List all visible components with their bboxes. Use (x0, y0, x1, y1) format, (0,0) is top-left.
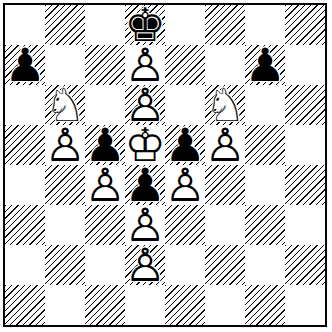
square-g4[interactable] (245, 165, 285, 205)
square-f8[interactable] (205, 5, 245, 45)
square-g5[interactable] (245, 125, 285, 165)
square-h4[interactable] (285, 165, 325, 205)
piece-white-king[interactable]: ♔ (125, 125, 165, 165)
piece-white-pawn[interactable]: ♙ (205, 125, 245, 165)
square-a4[interactable] (5, 165, 45, 205)
square-b7[interactable] (45, 45, 85, 85)
piece-white-knight[interactable]: ♘ (205, 85, 245, 125)
page-background: ♚♟♟♙♟♞♘♟♙♞♘♟♙♟♚♔♟♟♙♟♙♟♟♙♟♙♟♙ (0, 0, 332, 332)
square-g2[interactable] (245, 245, 285, 285)
white-pawn-silhouette: ♟ (85, 165, 125, 205)
square-b2[interactable] (45, 245, 85, 285)
white-pawn-silhouette: ♟ (205, 125, 245, 165)
square-e2[interactable] (165, 245, 205, 285)
piece-black-pawn[interactable]: ♟ (245, 45, 285, 85)
piece-white-knight[interactable]: ♘ (45, 85, 85, 125)
square-g1[interactable] (245, 285, 285, 325)
white-pawn-silhouette: ♟ (125, 205, 165, 245)
square-b1[interactable] (45, 285, 85, 325)
piece-white-pawn[interactable]: ♙ (125, 205, 165, 245)
piece-black-king[interactable]: ♚ (125, 5, 165, 45)
square-f2[interactable] (205, 245, 245, 285)
white-pawn-silhouette: ♟ (125, 245, 165, 285)
square-b4[interactable] (45, 165, 85, 205)
square-a6[interactable] (5, 85, 45, 125)
white-pawn-silhouette: ♟ (125, 85, 165, 125)
square-a7[interactable]: ♟ (5, 45, 45, 85)
square-f7[interactable] (205, 45, 245, 85)
square-e7[interactable] (165, 45, 205, 85)
square-a1[interactable] (5, 285, 45, 325)
square-f6[interactable]: ♞♘ (205, 85, 245, 125)
square-d7[interactable]: ♟♙ (125, 45, 165, 85)
square-b6[interactable]: ♞♘ (45, 85, 85, 125)
piece-white-pawn[interactable]: ♙ (125, 45, 165, 85)
piece-white-pawn[interactable]: ♙ (85, 165, 125, 205)
square-h8[interactable] (285, 5, 325, 45)
square-c8[interactable] (85, 5, 125, 45)
white-pawn-silhouette: ♟ (125, 45, 165, 85)
white-pawn-silhouette: ♟ (45, 125, 85, 165)
square-a8[interactable] (5, 5, 45, 45)
board-frame: ♚♟♟♙♟♞♘♟♙♞♘♟♙♟♚♔♟♟♙♟♙♟♟♙♟♙♟♙ (3, 3, 327, 327)
square-d5[interactable]: ♚♔ (125, 125, 165, 165)
square-g3[interactable] (245, 205, 285, 245)
square-h1[interactable] (285, 285, 325, 325)
square-a2[interactable] (5, 245, 45, 285)
square-g7[interactable]: ♟ (245, 45, 285, 85)
square-h6[interactable] (285, 85, 325, 125)
square-a3[interactable] (5, 205, 45, 245)
square-e6[interactable] (165, 85, 205, 125)
piece-white-pawn[interactable]: ♙ (45, 125, 85, 165)
square-e5[interactable]: ♟ (165, 125, 205, 165)
square-c7[interactable] (85, 45, 125, 85)
square-e1[interactable] (165, 285, 205, 325)
square-c3[interactable] (85, 205, 125, 245)
white-knight-silhouette: ♞ (205, 85, 245, 125)
white-knight-silhouette: ♞ (45, 85, 85, 125)
square-b8[interactable] (45, 5, 85, 45)
square-c2[interactable] (85, 245, 125, 285)
white-king-silhouette: ♚ (125, 125, 165, 165)
piece-black-pawn[interactable]: ♟ (5, 45, 45, 85)
square-f4[interactable] (205, 165, 245, 205)
square-h3[interactable] (285, 205, 325, 245)
square-d4[interactable]: ♟ (125, 165, 165, 205)
square-e3[interactable] (165, 205, 205, 245)
piece-white-pawn[interactable]: ♙ (125, 85, 165, 125)
square-f5[interactable]: ♟♙ (205, 125, 245, 165)
square-g8[interactable] (245, 5, 285, 45)
square-b3[interactable] (45, 205, 85, 245)
square-c6[interactable] (85, 85, 125, 125)
square-e4[interactable]: ♟♙ (165, 165, 205, 205)
piece-black-pawn[interactable]: ♟ (85, 125, 125, 165)
square-h2[interactable] (285, 245, 325, 285)
white-pawn-silhouette: ♟ (165, 165, 205, 205)
chess-board: ♚♟♟♙♟♞♘♟♙♞♘♟♙♟♚♔♟♟♙♟♙♟♟♙♟♙♟♙ (5, 5, 325, 325)
square-c4[interactable]: ♟♙ (85, 165, 125, 205)
square-h7[interactable] (285, 45, 325, 85)
square-f1[interactable] (205, 285, 245, 325)
square-c1[interactable] (85, 285, 125, 325)
square-c5[interactable]: ♟ (85, 125, 125, 165)
piece-black-pawn[interactable]: ♟ (125, 165, 165, 205)
square-e8[interactable] (165, 5, 205, 45)
square-d2[interactable]: ♟♙ (125, 245, 165, 285)
square-a5[interactable] (5, 125, 45, 165)
piece-black-pawn[interactable]: ♟ (165, 125, 205, 165)
square-d1[interactable] (125, 285, 165, 325)
square-g6[interactable] (245, 85, 285, 125)
square-b5[interactable]: ♟♙ (45, 125, 85, 165)
square-d3[interactable]: ♟♙ (125, 205, 165, 245)
square-h5[interactable] (285, 125, 325, 165)
square-f3[interactable] (205, 205, 245, 245)
piece-white-pawn[interactable]: ♙ (125, 245, 165, 285)
square-d8[interactable]: ♚ (125, 5, 165, 45)
square-d6[interactable]: ♟♙ (125, 85, 165, 125)
piece-white-pawn[interactable]: ♙ (165, 165, 205, 205)
